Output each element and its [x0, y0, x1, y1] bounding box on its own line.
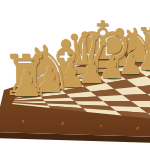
- felt-pad: [44, 90, 56, 92]
- felt-pad: [74, 76, 96, 78]
- felt-pad: [126, 73, 136, 75]
- felt-pad: [56, 81, 76, 83]
- felt-pad: [91, 70, 115, 72]
- felt-pad: [111, 65, 129, 67]
- felt-pad: [128, 60, 144, 62]
- felt-pad: [36, 87, 57, 89]
- felt-pad: [87, 81, 98, 83]
- chessboard-photo: abcdefgh ♜♞♝♛♚♝♞♜♟♟♟♟♟♟♟♟: [0, 0, 150, 150]
- felt-pad: [107, 77, 117, 79]
- felt-pad: [65, 85, 76, 87]
- felt-pad: [21, 95, 34, 97]
- board: abcdefgh: [0, 0, 150, 150]
